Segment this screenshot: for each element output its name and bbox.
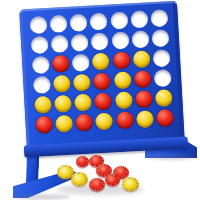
cell-r5c2[interactable] — [52, 93, 73, 114]
cell-r1c3[interactable] — [68, 12, 89, 33]
cell-r2c3[interactable] — [69, 32, 90, 53]
cell-r5c5[interactable] — [113, 89, 134, 110]
cell-r5c1[interactable] — [32, 94, 53, 115]
cell-r4c6[interactable] — [132, 68, 153, 89]
empty-hole — [33, 75, 51, 93]
empty-hole — [70, 13, 88, 31]
yellow-disc — [54, 94, 72, 112]
red-disc — [112, 51, 130, 69]
cell-r2c2[interactable] — [49, 33, 70, 54]
board-frame — [19, 1, 185, 152]
cell-r5c7[interactable] — [153, 87, 174, 108]
red-disc — [156, 109, 174, 127]
yellow-disc — [155, 89, 173, 107]
cell-r4c1[interactable] — [31, 74, 52, 95]
red-disc — [75, 113, 93, 131]
empty-hole — [132, 30, 150, 48]
cell-r1c6[interactable] — [129, 8, 150, 29]
empty-hole — [31, 55, 49, 73]
cell-r3c5[interactable] — [111, 49, 132, 70]
cell-r1c1[interactable] — [27, 14, 48, 35]
empty-hole — [152, 29, 170, 47]
empty-hole — [72, 53, 90, 71]
yellow-disc — [115, 91, 133, 109]
cell-r6c1[interactable] — [33, 114, 54, 135]
left-foot-shadow — [14, 194, 70, 200]
cell-r3c2[interactable] — [50, 53, 71, 74]
cell-r3c4[interactable] — [90, 50, 111, 71]
yellow-disc — [74, 93, 92, 111]
empty-hole — [71, 33, 89, 51]
empty-hole — [51, 34, 69, 52]
cell-r3c7[interactable] — [151, 47, 172, 68]
cell-r4c7[interactable] — [152, 67, 173, 88]
yellow-disc — [92, 52, 110, 70]
yellow-disc — [136, 110, 154, 128]
cell-r2c1[interactable] — [29, 34, 50, 55]
empty-hole — [29, 16, 47, 34]
yellow-checker-chip[interactable] — [122, 177, 139, 191]
cell-r2c6[interactable] — [130, 28, 151, 49]
connect-four-photo — [0, 0, 200, 200]
cell-r6c2[interactable] — [53, 113, 74, 134]
cell-r2c4[interactable] — [89, 31, 110, 52]
cell-r2c7[interactable] — [150, 27, 171, 48]
yellow-disc — [133, 50, 151, 68]
empty-hole — [49, 14, 67, 32]
empty-hole — [91, 32, 109, 50]
empty-hole — [111, 31, 129, 49]
cell-r3c3[interactable] — [70, 52, 91, 73]
yellow-disc — [34, 95, 52, 113]
empty-hole — [90, 12, 108, 30]
red-disc — [35, 115, 53, 133]
yellow-checker-chip[interactable] — [71, 172, 88, 186]
cell-r5c6[interactable] — [133, 88, 154, 109]
connect-four-board — [19, 1, 185, 152]
cell-r2c5[interactable] — [110, 29, 131, 50]
yellow-disc — [73, 73, 91, 91]
cell-r1c5[interactable] — [108, 9, 129, 30]
red-disc — [135, 90, 153, 108]
red-checker-chip[interactable] — [76, 156, 89, 167]
cell-r3c1[interactable] — [30, 54, 51, 75]
cell-r6c6[interactable] — [134, 108, 155, 129]
cell-r5c3[interactable] — [72, 92, 93, 113]
red-disc — [52, 54, 70, 72]
yellow-disc — [55, 114, 73, 132]
yellow-disc — [96, 112, 114, 130]
cell-r5c4[interactable] — [93, 90, 114, 111]
cell-r4c2[interactable] — [51, 73, 72, 94]
cell-r4c3[interactable] — [71, 72, 92, 93]
cell-r4c5[interactable] — [112, 69, 133, 90]
empty-hole — [151, 9, 169, 27]
cell-r1c2[interactable] — [48, 13, 69, 34]
cell-r6c5[interactable] — [114, 109, 135, 130]
right-foot-shadow — [147, 154, 195, 160]
empty-hole — [130, 10, 148, 28]
red-disc — [93, 72, 111, 90]
cell-r1c7[interactable] — [149, 7, 170, 28]
cell-r1c4[interactable] — [88, 11, 109, 32]
yellow-disc — [114, 71, 132, 89]
empty-hole — [30, 35, 48, 53]
red-checker-chip[interactable] — [105, 174, 120, 186]
empty-hole — [153, 49, 171, 67]
empty-hole — [110, 11, 128, 29]
red-checker-chip[interactable] — [89, 178, 105, 191]
cell-r6c7[interactable] — [155, 107, 176, 128]
red-disc — [134, 70, 152, 88]
red-disc — [94, 92, 112, 110]
cell-r4c4[interactable] — [92, 70, 113, 91]
red-disc — [116, 111, 134, 129]
cell-r3c6[interactable] — [131, 48, 152, 69]
cell-r6c4[interactable] — [94, 110, 115, 131]
empty-hole — [154, 69, 172, 87]
yellow-disc — [53, 74, 71, 92]
cell-r6c3[interactable] — [74, 112, 95, 133]
board-grid — [27, 7, 175, 135]
